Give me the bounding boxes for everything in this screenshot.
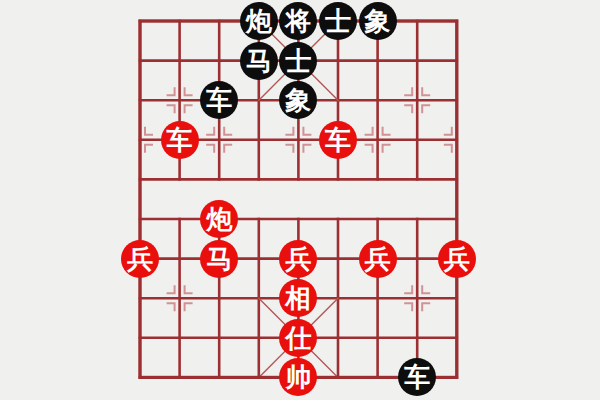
piece-black-elephant[interactable]: 象 (359, 2, 397, 40)
piece-black-elephant[interactable]: 象 (279, 81, 317, 119)
piece-red-pawn[interactable]: 兵 (121, 240, 159, 278)
piece-red-pawn[interactable]: 兵 (279, 240, 317, 278)
piece-red-chariot[interactable]: 车 (319, 121, 357, 159)
piece-black-advisor[interactable]: 士 (279, 42, 317, 80)
piece-black-king[interactable]: 将 (279, 2, 317, 40)
xiangqi-board-screen: 炮将士象马士车象车车炮兵马兵兵兵相仕帅车 (0, 0, 600, 400)
piece-red-horse[interactable]: 马 (200, 240, 238, 278)
piece-black-cannon[interactable]: 炮 (240, 2, 278, 40)
piece-black-chariot[interactable]: 车 (398, 358, 436, 396)
piece-black-horse[interactable]: 马 (240, 42, 278, 80)
piece-red-cannon[interactable]: 炮 (200, 200, 238, 238)
piece-black-chariot[interactable]: 车 (200, 81, 238, 119)
piece-red-advisor[interactable]: 仕 (279, 319, 317, 357)
xiangqi-board: 炮将士象马士车象车车炮兵马兵兵兵相仕帅车 (120, 1, 476, 397)
piece-black-advisor[interactable]: 士 (319, 2, 357, 40)
piece-red-chariot[interactable]: 车 (161, 121, 199, 159)
piece-red-king[interactable]: 帅 (279, 358, 317, 396)
piece-red-elephant[interactable]: 相 (279, 279, 317, 317)
piece-red-pawn[interactable]: 兵 (359, 240, 397, 278)
piece-red-pawn[interactable]: 兵 (438, 240, 476, 278)
